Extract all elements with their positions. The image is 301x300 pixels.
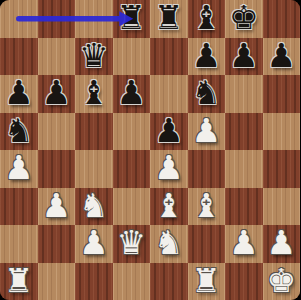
square-c4[interactable]	[75, 150, 113, 188]
square-c2[interactable]: ♟	[75, 225, 113, 263]
black-rook-d8[interactable]: ♜	[116, 1, 146, 34]
square-f8[interactable]: ♝	[188, 0, 226, 38]
square-b2[interactable]	[38, 225, 76, 263]
black-pawn-g7[interactable]: ♟	[229, 39, 259, 72]
square-a4[interactable]: ♟	[0, 150, 38, 188]
square-a2[interactable]	[0, 225, 38, 263]
board-grid: ♜♜♝♚♛♟♟♟♟♟♝♟♞♞♟♟♟♟♟♞♝♝♟♛♞♟♟♜♜♚	[0, 0, 300, 300]
square-e1[interactable]	[150, 263, 188, 300]
white-bishop-f3[interactable]: ♝	[191, 189, 221, 222]
black-king-g8[interactable]: ♚	[229, 1, 259, 34]
white-queen-d2[interactable]: ♛	[116, 226, 146, 259]
square-d4[interactable]	[113, 150, 151, 188]
square-a3[interactable]	[0, 188, 38, 226]
white-rook-f1[interactable]: ♜	[191, 264, 221, 297]
square-c1[interactable]	[75, 263, 113, 300]
square-c5[interactable]	[75, 113, 113, 151]
square-h6[interactable]	[263, 75, 301, 113]
square-a5[interactable]: ♞	[0, 113, 38, 151]
square-c7[interactable]: ♛	[75, 38, 113, 76]
square-b3[interactable]: ♟	[38, 188, 76, 226]
white-pawn-b3[interactable]: ♟	[41, 189, 71, 222]
white-rook-a1[interactable]: ♜	[4, 264, 34, 297]
square-h3[interactable]	[263, 188, 301, 226]
square-e6[interactable]	[150, 75, 188, 113]
black-rook-e8[interactable]: ♜	[154, 1, 184, 34]
square-e8[interactable]: ♜	[150, 0, 188, 38]
square-g4[interactable]	[225, 150, 263, 188]
square-d8[interactable]: ♜	[113, 0, 151, 38]
square-h8[interactable]	[263, 0, 301, 38]
square-f7[interactable]: ♟	[188, 38, 226, 76]
white-pawn-f5[interactable]: ♟	[191, 114, 221, 147]
square-d2[interactable]: ♛	[113, 225, 151, 263]
square-h4[interactable]	[263, 150, 301, 188]
square-g1[interactable]	[225, 263, 263, 300]
square-e2[interactable]: ♞	[150, 225, 188, 263]
square-d5[interactable]	[113, 113, 151, 151]
square-f6[interactable]: ♞	[188, 75, 226, 113]
square-g6[interactable]	[225, 75, 263, 113]
square-a1[interactable]: ♜	[0, 263, 38, 300]
white-pawn-c2[interactable]: ♟	[79, 226, 109, 259]
square-b7[interactable]	[38, 38, 76, 76]
square-c3[interactable]: ♞	[75, 188, 113, 226]
square-e3[interactable]: ♝	[150, 188, 188, 226]
square-g7[interactable]: ♟	[225, 38, 263, 76]
square-b4[interactable]	[38, 150, 76, 188]
black-knight-a5[interactable]: ♞	[4, 114, 34, 147]
square-a7[interactable]	[0, 38, 38, 76]
square-c6[interactable]: ♝	[75, 75, 113, 113]
black-pawn-a6[interactable]: ♟	[4, 76, 34, 109]
square-a6[interactable]: ♟	[0, 75, 38, 113]
square-f3[interactable]: ♝	[188, 188, 226, 226]
square-f5[interactable]: ♟	[188, 113, 226, 151]
square-h5[interactable]	[263, 113, 301, 151]
square-h1[interactable]: ♚	[263, 263, 301, 300]
square-h7[interactable]: ♟	[263, 38, 301, 76]
white-king-h1[interactable]: ♚	[266, 264, 296, 297]
white-pawn-e4[interactable]: ♟	[154, 151, 184, 184]
square-f4[interactable]	[188, 150, 226, 188]
square-d6[interactable]: ♟	[113, 75, 151, 113]
square-b5[interactable]	[38, 113, 76, 151]
square-b6[interactable]: ♟	[38, 75, 76, 113]
square-a8[interactable]	[0, 0, 38, 38]
black-bishop-c6[interactable]: ♝	[79, 76, 109, 109]
square-f2[interactable]	[188, 225, 226, 263]
square-d1[interactable]	[113, 263, 151, 300]
square-c8[interactable]	[75, 0, 113, 38]
black-pawn-d6[interactable]: ♟	[116, 76, 146, 109]
black-pawn-f7[interactable]: ♟	[191, 39, 221, 72]
black-knight-f6[interactable]: ♞	[191, 76, 221, 109]
square-e4[interactable]: ♟	[150, 150, 188, 188]
square-e5[interactable]: ♟	[150, 113, 188, 151]
square-g2[interactable]: ♟	[225, 225, 263, 263]
black-bishop-f8[interactable]: ♝	[191, 1, 221, 34]
square-d7[interactable]	[113, 38, 151, 76]
white-knight-e2[interactable]: ♞	[154, 226, 184, 259]
square-d3[interactable]	[113, 188, 151, 226]
white-knight-c3[interactable]: ♞	[79, 189, 109, 222]
black-pawn-b6[interactable]: ♟	[41, 76, 71, 109]
square-b1[interactable]	[38, 263, 76, 300]
chess-board: ♜♜♝♚♛♟♟♟♟♟♝♟♞♞♟♟♟♟♟♞♝♝♟♛♞♟♟♜♜♚	[0, 0, 300, 300]
square-g3[interactable]	[225, 188, 263, 226]
white-pawn-h2[interactable]: ♟	[266, 226, 296, 259]
square-b8[interactable]	[38, 0, 76, 38]
black-queen-c7[interactable]: ♛	[79, 39, 109, 72]
white-pawn-g2[interactable]: ♟	[229, 226, 259, 259]
square-h2[interactable]: ♟	[263, 225, 301, 263]
black-pawn-e5[interactable]: ♟	[154, 114, 184, 147]
square-e7[interactable]	[150, 38, 188, 76]
white-pawn-a4[interactable]: ♟	[4, 151, 34, 184]
square-g5[interactable]	[225, 113, 263, 151]
square-f1[interactable]: ♜	[188, 263, 226, 300]
white-bishop-e3[interactable]: ♝	[154, 189, 184, 222]
black-pawn-h7[interactable]: ♟	[266, 39, 296, 72]
square-g8[interactable]: ♚	[225, 0, 263, 38]
